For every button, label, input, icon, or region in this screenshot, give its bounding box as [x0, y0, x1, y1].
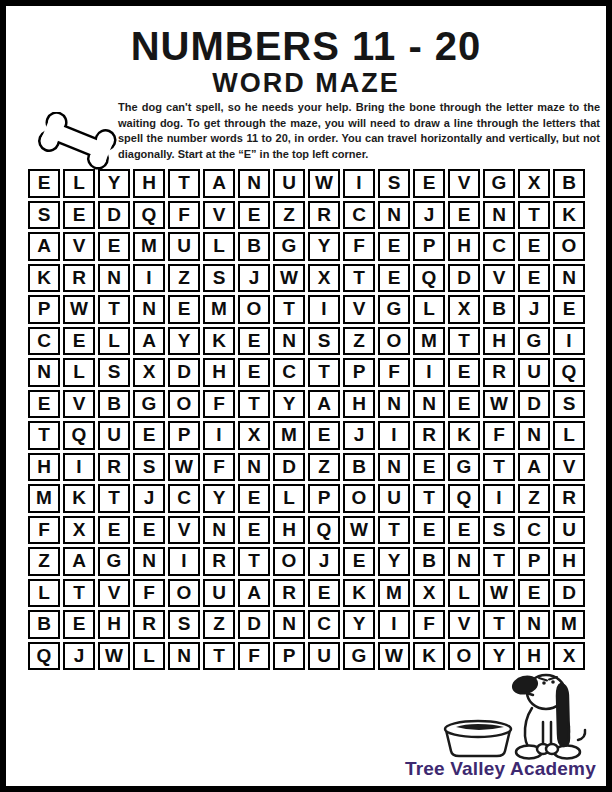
grid-cell[interactable]: Q: [413, 264, 445, 293]
grid-cell[interactable]: T: [448, 327, 480, 356]
grid-cell[interactable]: S: [483, 516, 515, 545]
grid-cell[interactable]: E: [238, 327, 270, 356]
grid-cell[interactable]: Z: [273, 201, 305, 230]
grid-cell[interactable]: D: [238, 610, 270, 639]
grid-cell[interactable]: J: [343, 421, 375, 450]
grid-cell[interactable]: O: [238, 295, 270, 324]
grid-cell[interactable]: V: [63, 232, 95, 261]
grid-cell[interactable]: B: [413, 547, 445, 576]
grid-cell[interactable]: L: [63, 358, 95, 387]
grid-cell[interactable]: I: [413, 358, 445, 387]
grid-cell[interactable]: F: [238, 642, 270, 671]
grid-cell[interactable]: E: [448, 201, 480, 230]
grid-cell[interactable]: T: [483, 547, 515, 576]
grid-cell[interactable]: L: [98, 327, 130, 356]
grid-cell[interactable]: Y: [378, 547, 410, 576]
grid-cell[interactable]: M: [28, 484, 60, 513]
grid-cell[interactable]: C: [28, 327, 60, 356]
grid-cell[interactable]: N: [203, 516, 235, 545]
grid-cell[interactable]: U: [308, 642, 340, 671]
grid-cell[interactable]: A: [203, 169, 235, 198]
grid-cell[interactable]: T: [273, 295, 305, 324]
grid-cell[interactable]: S: [553, 390, 585, 419]
grid-cell[interactable]: H: [273, 516, 305, 545]
grid-cell[interactable]: I: [63, 453, 95, 482]
grid-cell[interactable]: M: [413, 327, 445, 356]
grid-cell[interactable]: N: [378, 201, 410, 230]
grid-cell[interactable]: A: [63, 547, 95, 576]
grid-cell[interactable]: U: [518, 358, 550, 387]
grid-cell[interactable]: V: [63, 390, 95, 419]
grid-cell[interactable]: E: [378, 232, 410, 261]
grid-cell[interactable]: E: [413, 453, 445, 482]
grid-cell[interactable]: P: [273, 642, 305, 671]
grid-cell[interactable]: M: [273, 421, 305, 450]
grid-cell[interactable]: O: [168, 390, 200, 419]
grid-cell[interactable]: E: [553, 295, 585, 324]
grid-cell[interactable]: A: [518, 453, 550, 482]
dog-tail: [578, 730, 585, 740]
brand-logo-text: Tree Valley Academy: [405, 758, 596, 780]
grid-cell[interactable]: C: [483, 232, 515, 261]
grid-cell[interactable]: T: [483, 453, 515, 482]
grid-cell[interactable]: T: [343, 264, 375, 293]
grid-cell[interactable]: L: [448, 579, 480, 608]
grid-cell[interactable]: J: [238, 264, 270, 293]
grid-cell[interactable]: Z: [168, 264, 200, 293]
grid-cell[interactable]: T: [28, 421, 60, 450]
grid-cell[interactable]: K: [63, 484, 95, 513]
grid-cell[interactable]: X: [133, 358, 165, 387]
letter-grid: ELYHTANUWISEVGXBSEDQFVEZRCNJENTKAVEMULBG…: [28, 169, 585, 670]
grid-cell[interactable]: T: [98, 295, 130, 324]
bone-icon: [28, 112, 128, 176]
grid-cell[interactable]: G: [273, 232, 305, 261]
grid-cell[interactable]: E: [133, 421, 165, 450]
grid-cell[interactable]: C: [518, 516, 550, 545]
grid-cell[interactable]: L: [133, 642, 165, 671]
grid-cell[interactable]: N: [273, 327, 305, 356]
grid-cell[interactable]: F: [28, 516, 60, 545]
grid-cell[interactable]: O: [448, 642, 480, 671]
grid-cell[interactable]: R: [413, 421, 445, 450]
grid-cell[interactable]: E: [378, 264, 410, 293]
grid-cell[interactable]: O: [273, 547, 305, 576]
grid-cell[interactable]: J: [308, 547, 340, 576]
grid-cell[interactable]: P: [518, 547, 550, 576]
grid-cell[interactable]: Q: [448, 484, 480, 513]
grid-cell[interactable]: M: [378, 579, 410, 608]
grid-cell[interactable]: I: [553, 327, 585, 356]
grid-cell[interactable]: E: [518, 264, 550, 293]
grid-cell[interactable]: V: [343, 295, 375, 324]
grid-cell[interactable]: K: [28, 264, 60, 293]
grid-cell[interactable]: U: [378, 484, 410, 513]
grid-cell[interactable]: C: [308, 610, 340, 639]
grid-cell[interactable]: C: [273, 358, 305, 387]
grid-cell[interactable]: N: [448, 547, 480, 576]
grid-cell[interactable]: M: [553, 610, 585, 639]
grid-cell[interactable]: W: [483, 579, 515, 608]
grid-cell[interactable]: V: [98, 579, 130, 608]
grid-cell[interactable]: N: [518, 421, 550, 450]
grid-cell[interactable]: W: [343, 516, 375, 545]
grid-cell[interactable]: E: [98, 232, 130, 261]
grid-cell[interactable]: R: [553, 484, 585, 513]
grid-cell[interactable]: T: [378, 516, 410, 545]
grid-cell[interactable]: D: [98, 201, 130, 230]
grid-cell[interactable]: G: [483, 169, 515, 198]
grid-cell[interactable]: P: [28, 295, 60, 324]
grid-cell[interactable]: F: [168, 201, 200, 230]
grid-cell[interactable]: A: [238, 579, 270, 608]
grid-cell[interactable]: W: [168, 453, 200, 482]
grid-cell[interactable]: L: [553, 421, 585, 450]
grid-cell[interactable]: A: [28, 232, 60, 261]
grid-cell[interactable]: B: [28, 610, 60, 639]
grid-cell[interactable]: I: [308, 295, 340, 324]
grid-cell[interactable]: F: [133, 579, 165, 608]
grid-cell[interactable]: L: [273, 484, 305, 513]
grid-cell[interactable]: Z: [518, 484, 550, 513]
grid-cell[interactable]: I: [203, 421, 235, 450]
grid-cell[interactable]: R: [308, 201, 340, 230]
grid-cell[interactable]: L: [413, 295, 445, 324]
grid-cell[interactable]: Z: [343, 327, 375, 356]
grid-cell[interactable]: E: [98, 516, 130, 545]
grid-cell[interactable]: U: [98, 421, 130, 450]
grid-cell[interactable]: I: [378, 610, 410, 639]
grid-cell[interactable]: R: [483, 358, 515, 387]
grid-cell[interactable]: E: [168, 295, 200, 324]
grid-cell[interactable]: S: [378, 169, 410, 198]
grid-cell[interactable]: N: [133, 295, 165, 324]
instructions-text: The dog can't spell, so he needs your he…: [118, 100, 600, 162]
grid-cell[interactable]: A: [308, 390, 340, 419]
grid-cell[interactable]: T: [203, 642, 235, 671]
grid-cell[interactable]: L: [63, 169, 95, 198]
grid-cell[interactable]: H: [28, 453, 60, 482]
grid-cell[interactable]: H: [343, 390, 375, 419]
dog-front-paw-right: [546, 744, 558, 754]
grid-cell[interactable]: N: [378, 453, 410, 482]
grid-cell[interactable]: N: [518, 610, 550, 639]
grid-cell[interactable]: E: [28, 169, 60, 198]
grid-cell[interactable]: S: [28, 201, 60, 230]
grid-cell[interactable]: F: [483, 421, 515, 450]
grid-cell[interactable]: D: [273, 453, 305, 482]
grid-cell[interactable]: Y: [343, 610, 375, 639]
grid-cell[interactable]: N: [168, 642, 200, 671]
grid-cell[interactable]: R: [133, 610, 165, 639]
grid-cell[interactable]: Z: [308, 453, 340, 482]
grid-cell[interactable]: X: [238, 421, 270, 450]
grid-cell[interactable]: X: [63, 516, 95, 545]
grid-cell[interactable]: Y: [168, 327, 200, 356]
grid-cell[interactable]: J: [63, 642, 95, 671]
grid-cell[interactable]: L: [28, 579, 60, 608]
grid-cell[interactable]: E: [448, 390, 480, 419]
grid-cell[interactable]: K: [203, 327, 235, 356]
grid-cell[interactable]: V: [448, 610, 480, 639]
grid-cell[interactable]: C: [168, 484, 200, 513]
dog-eye-right: [551, 680, 555, 684]
grid-cell[interactable]: B: [238, 232, 270, 261]
grid-cell[interactable]: A: [133, 327, 165, 356]
grid-cell[interactable]: H: [133, 169, 165, 198]
grid-cell[interactable]: K: [553, 201, 585, 230]
grid-cell[interactable]: E: [238, 516, 270, 545]
grid-cell[interactable]: E: [413, 516, 445, 545]
grid-cell[interactable]: W: [63, 295, 95, 324]
grid-cell[interactable]: E: [63, 327, 95, 356]
grid-cell[interactable]: G: [378, 295, 410, 324]
grid-cell[interactable]: I: [483, 484, 515, 513]
grid-cell[interactable]: E: [238, 484, 270, 513]
grid-cell[interactable]: X: [553, 642, 585, 671]
dog-eye-left: [542, 681, 546, 685]
grid-cell[interactable]: B: [98, 390, 130, 419]
dog-ear: [557, 684, 569, 746]
grid-cell[interactable]: Q: [63, 421, 95, 450]
grid-cell[interactable]: H: [483, 327, 515, 356]
grid-cell[interactable]: S: [133, 453, 165, 482]
grid-cell[interactable]: I: [378, 421, 410, 450]
grid-cell[interactable]: R: [63, 264, 95, 293]
grid-cell[interactable]: X: [448, 295, 480, 324]
grid-cell[interactable]: V: [553, 453, 585, 482]
grid-cell[interactable]: U: [273, 169, 305, 198]
grid-cell[interactable]: M: [203, 295, 235, 324]
grid-cell[interactable]: E: [448, 516, 480, 545]
page-subtitle: WORD MAZE: [6, 68, 606, 99]
grid-cell[interactable]: V: [483, 264, 515, 293]
grid-cell[interactable]: K: [343, 579, 375, 608]
grid-cell[interactable]: G: [133, 390, 165, 419]
grid-cell[interactable]: Q: [28, 642, 60, 671]
grid-cell[interactable]: E: [308, 579, 340, 608]
grid-cell[interactable]: T: [168, 169, 200, 198]
grid-cell[interactable]: X: [308, 264, 340, 293]
grid-cell[interactable]: N: [28, 358, 60, 387]
grid-cell[interactable]: E: [413, 169, 445, 198]
grid-cell[interactable]: C: [343, 201, 375, 230]
grid-cell[interactable]: N: [273, 610, 305, 639]
grid-cell[interactable]: X: [518, 169, 550, 198]
grid-cell[interactable]: J: [133, 484, 165, 513]
dog-and-bowl-illustration: [434, 672, 594, 762]
grid-cell[interactable]: G: [518, 327, 550, 356]
grid-cell[interactable]: H: [98, 610, 130, 639]
grid-cell[interactable]: P: [413, 232, 445, 261]
grid-cell[interactable]: T: [238, 390, 270, 419]
grid-cell[interactable]: N: [238, 169, 270, 198]
grid-cell[interactable]: W: [483, 390, 515, 419]
grid-cell[interactable]: Q: [553, 358, 585, 387]
grid-cell[interactable]: E: [308, 421, 340, 450]
grid-cell[interactable]: T: [413, 484, 445, 513]
grid-cell[interactable]: O: [343, 484, 375, 513]
grid-cell[interactable]: E: [518, 579, 550, 608]
grid-cell[interactable]: H: [203, 358, 235, 387]
grid-cell[interactable]: Y: [203, 484, 235, 513]
grid-cell[interactable]: F: [203, 453, 235, 482]
grid-cell[interactable]: B: [343, 453, 375, 482]
grid-cell[interactable]: F: [413, 610, 445, 639]
grid-cell[interactable]: B: [483, 295, 515, 324]
grid-cell[interactable]: L: [203, 232, 235, 261]
grid-cell[interactable]: I: [343, 169, 375, 198]
grid-cell[interactable]: V: [448, 169, 480, 198]
grid-cell[interactable]: T: [63, 579, 95, 608]
grid-cell[interactable]: N: [378, 390, 410, 419]
grid-cell[interactable]: Y: [98, 169, 130, 198]
grid-cell[interactable]: E: [238, 201, 270, 230]
grid-cell[interactable]: E: [343, 547, 375, 576]
grid-cell[interactable]: R: [273, 579, 305, 608]
grid-cell[interactable]: Z: [28, 547, 60, 576]
grid-cell[interactable]: D: [553, 579, 585, 608]
grid-cell[interactable]: N: [133, 547, 165, 576]
grid-cell[interactable]: H: [448, 232, 480, 261]
grid-cell[interactable]: Q: [133, 201, 165, 230]
grid-cell[interactable]: G: [343, 642, 375, 671]
grid-cell[interactable]: J: [518, 295, 550, 324]
grid-cell[interactable]: W: [308, 169, 340, 198]
grid-cell[interactable]: I: [133, 264, 165, 293]
grid-cell[interactable]: Y: [483, 642, 515, 671]
grid-cell[interactable]: T: [238, 547, 270, 576]
grid-cell[interactable]: V: [168, 516, 200, 545]
grid-cell[interactable]: F: [343, 232, 375, 261]
grid-cell[interactable]: S: [168, 610, 200, 639]
worksheet-page: NUMBERS 11 - 20 WORD MAZE The dog can't …: [0, 0, 612, 792]
grid-cell[interactable]: T: [518, 201, 550, 230]
grid-cell[interactable]: T: [483, 610, 515, 639]
grid-cell[interactable]: S: [98, 358, 130, 387]
page-title: NUMBERS 11 - 20: [6, 24, 606, 69]
grid-cell[interactable]: O: [553, 232, 585, 261]
grid-cell[interactable]: U: [203, 579, 235, 608]
grid-cell[interactable]: T: [98, 484, 130, 513]
grid-cell[interactable]: E: [133, 516, 165, 545]
grid-cell[interactable]: G: [98, 547, 130, 576]
grid-cell[interactable]: Q: [308, 516, 340, 545]
grid-cell[interactable]: D: [518, 390, 550, 419]
grid-cell[interactable]: S: [308, 327, 340, 356]
grid-cell[interactable]: E: [238, 358, 270, 387]
grid-cell[interactable]: M: [133, 232, 165, 261]
grid-cell[interactable]: N: [483, 201, 515, 230]
grid-cell[interactable]: W: [273, 264, 305, 293]
grid-cell[interactable]: H: [518, 642, 550, 671]
grid-cell[interactable]: K: [448, 421, 480, 450]
grid-cell[interactable]: E: [63, 610, 95, 639]
grid-cell[interactable]: H: [553, 547, 585, 576]
grid-cell[interactable]: R: [98, 453, 130, 482]
grid-cell[interactable]: J: [413, 201, 445, 230]
grid-cell[interactable]: D: [168, 358, 200, 387]
grid-cell[interactable]: X: [413, 579, 445, 608]
grid-cell[interactable]: W: [378, 642, 410, 671]
grid-cell[interactable]: E: [63, 201, 95, 230]
grid-cell[interactable]: E: [28, 390, 60, 419]
grid-cell[interactable]: B: [553, 169, 585, 198]
grid-cell[interactable]: R: [203, 547, 235, 576]
grid-cell[interactable]: D: [448, 264, 480, 293]
grid-cell[interactable]: N: [98, 264, 130, 293]
grid-cell[interactable]: E: [448, 358, 480, 387]
grid-cell[interactable]: S: [203, 264, 235, 293]
grid-cell[interactable]: Y: [308, 232, 340, 261]
grid-cell[interactable]: O: [378, 327, 410, 356]
grid-cell[interactable]: T: [308, 358, 340, 387]
grid-cell[interactable]: I: [168, 547, 200, 576]
grid-cell[interactable]: O: [168, 579, 200, 608]
grid-cell[interactable]: U: [553, 516, 585, 545]
grid-cell[interactable]: U: [168, 232, 200, 261]
grid-cell[interactable]: N: [553, 264, 585, 293]
grid-cell[interactable]: V: [203, 201, 235, 230]
grid-cell[interactable]: E: [518, 232, 550, 261]
grid-cell[interactable]: F: [203, 390, 235, 419]
grid-cell[interactable]: Y: [273, 390, 305, 419]
grid-cell[interactable]: W: [98, 642, 130, 671]
grid-cell[interactable]: P: [168, 421, 200, 450]
grid-cell[interactable]: P: [343, 358, 375, 387]
grid-cell[interactable]: N: [413, 390, 445, 419]
grid-cell[interactable]: K: [413, 642, 445, 671]
grid-cell[interactable]: G: [448, 453, 480, 482]
grid-cell[interactable]: Z: [203, 610, 235, 639]
grid-cell[interactable]: P: [308, 484, 340, 513]
grid-cell[interactable]: N: [238, 453, 270, 482]
grid-cell[interactable]: F: [378, 358, 410, 387]
